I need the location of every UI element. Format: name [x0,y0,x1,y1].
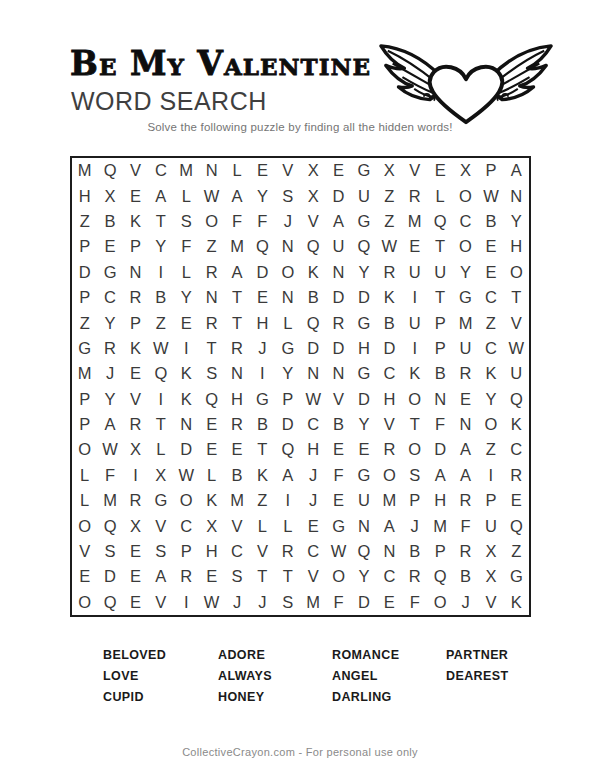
grid-cell[interactable]: F [224,209,249,234]
grid-cell[interactable]: T [427,285,452,310]
grid-cell[interactable]: B [148,285,173,310]
grid-cell[interactable]: P [402,488,427,513]
grid-cell[interactable]: V [123,158,148,183]
grid-cell[interactable]: U [402,310,427,335]
grid-cell[interactable]: C [97,285,122,310]
grid-cell[interactable]: C [224,539,249,564]
grid-cell[interactable]: H [224,387,249,412]
grid-cell[interactable]: U [326,234,351,259]
grid-cell[interactable]: E [123,361,148,386]
grid-cell[interactable]: N [326,260,351,285]
grid-cell[interactable]: T [224,310,249,335]
grid-cell[interactable]: Y [351,260,376,285]
grid-cell[interactable]: I [478,463,503,488]
grid-cell[interactable]: Q [301,234,326,259]
grid-cell[interactable]: U [453,336,478,361]
grid-cell[interactable]: D [427,437,452,462]
grid-cell[interactable]: A [326,209,351,234]
grid-cell[interactable]: X [453,158,478,183]
grid-cell[interactable]: P [427,310,452,335]
grid-cell[interactable]: W [199,590,224,615]
grid-cell[interactable]: E [478,260,503,285]
grid-cell[interactable]: S [275,590,300,615]
grid-cell[interactable]: U [478,513,503,538]
grid-cell[interactable]: J [402,513,427,538]
grid-cell[interactable]: P [478,488,503,513]
grid-cell[interactable]: X [377,158,402,183]
grid-cell[interactable]: V [402,158,427,183]
grid-cell[interactable]: H [301,437,326,462]
grid-cell[interactable]: M [72,158,97,183]
grid-cell[interactable]: C [301,412,326,437]
grid-cell[interactable]: M [402,209,427,234]
grid-cell[interactable]: R [377,437,402,462]
grid-cell[interactable]: G [326,513,351,538]
grid-cell[interactable]: M [72,361,97,386]
grid-cell[interactable]: L [72,488,97,513]
grid-cell[interactable]: F [250,209,275,234]
grid-cell[interactable]: I [250,361,275,386]
grid-cell[interactable]: L [427,183,452,208]
grid-cell[interactable]: B [301,285,326,310]
grid-cell[interactable]: E [326,437,351,462]
grid-cell[interactable]: K [478,361,503,386]
grid-cell[interactable]: K [504,412,529,437]
grid-cell[interactable]: M [174,158,199,183]
grid-cell[interactable]: G [275,336,300,361]
grid-cell[interactable]: K [250,463,275,488]
grid-cell[interactable]: Z [199,234,224,259]
grid-cell[interactable]: T [148,412,173,437]
grid-cell[interactable]: U [402,260,427,285]
grid-cell[interactable]: Y [275,361,300,386]
grid-cell[interactable]: U [427,260,452,285]
grid-cell[interactable]: C [453,209,478,234]
grid-cell[interactable]: L [275,310,300,335]
grid-cell[interactable]: X [301,158,326,183]
grid-cell[interactable]: W [301,387,326,412]
grid-cell[interactable]: H [377,387,402,412]
grid-cell[interactable]: S [97,539,122,564]
grid-cell[interactable]: R [224,412,249,437]
grid-cell[interactable]: M [224,234,249,259]
grid-cell[interactable]: D [351,590,376,615]
grid-cell[interactable]: T [148,209,173,234]
grid-cell[interactable]: W [174,463,199,488]
grid-cell[interactable]: R [199,260,224,285]
grid-cell[interactable]: Z [72,310,97,335]
grid-cell[interactable]: C [174,513,199,538]
grid-cell[interactable]: S [174,209,199,234]
grid-cell[interactable]: Z [478,310,503,335]
grid-cell[interactable]: S [199,361,224,386]
grid-cell[interactable]: K [199,488,224,513]
grid-cell[interactable]: R [453,488,478,513]
grid-cell[interactable]: D [326,336,351,361]
grid-cell[interactable]: R [174,564,199,589]
grid-cell[interactable]: D [351,285,376,310]
grid-cell[interactable]: I [148,387,173,412]
grid-cell[interactable]: E [377,590,402,615]
grid-cell[interactable]: T [224,285,249,310]
grid-cell[interactable]: Y [97,387,122,412]
grid-cell[interactable]: O [453,183,478,208]
grid-cell[interactable]: G [351,463,376,488]
grid-cell[interactable]: O [326,564,351,589]
grid-cell[interactable]: E [402,234,427,259]
grid-cell[interactable]: B [250,412,275,437]
grid-cell[interactable]: A [377,513,402,538]
grid-cell[interactable]: P [72,234,97,259]
grid-cell[interactable]: E [199,412,224,437]
grid-cell[interactable]: X [97,183,122,208]
grid-cell[interactable]: V [326,387,351,412]
grid-cell[interactable]: O [72,437,97,462]
grid-cell[interactable]: O [72,513,97,538]
grid-cell[interactable]: O [199,209,224,234]
grid-cell[interactable]: H [351,336,376,361]
grid-cell[interactable]: B [224,463,249,488]
grid-cell[interactable]: T [199,336,224,361]
grid-cell[interactable]: D [250,260,275,285]
grid-cell[interactable]: Y [97,310,122,335]
grid-cell[interactable]: P [72,387,97,412]
grid-cell[interactable]: O [478,412,503,437]
grid-cell[interactable]: K [504,590,529,615]
grid-cell[interactable]: B [97,209,122,234]
grid-cell[interactable]: G [504,564,529,589]
grid-cell[interactable]: K [402,361,427,386]
grid-cell[interactable]: S [148,539,173,564]
grid-cell[interactable]: S [275,183,300,208]
grid-cell[interactable]: H [199,539,224,564]
grid-cell[interactable]: E [174,310,199,335]
grid-cell[interactable]: O [453,234,478,259]
grid-cell[interactable]: I [402,336,427,361]
grid-cell[interactable]: Z [377,183,402,208]
grid-cell[interactable]: Y [351,412,376,437]
grid-cell[interactable]: O [402,387,427,412]
grid-cell[interactable]: J [301,463,326,488]
grid-cell[interactable]: E [301,513,326,538]
grid-cell[interactable]: B [427,361,452,386]
grid-cell[interactable]: D [351,387,376,412]
grid-cell[interactable]: R [123,412,148,437]
grid-cell[interactable]: I [174,336,199,361]
grid-cell[interactable]: G [97,260,122,285]
grid-cell[interactable]: P [427,539,452,564]
grid-cell[interactable]: G [351,361,376,386]
grid-cell[interactable]: W [199,183,224,208]
grid-cell[interactable]: W [326,539,351,564]
grid-cell[interactable]: P [427,336,452,361]
grid-cell[interactable]: C [478,285,503,310]
grid-cell[interactable]: O [275,260,300,285]
grid-cell[interactable]: N [224,361,249,386]
grid-cell[interactable]: V [250,539,275,564]
grid-cell[interactable]: E [123,539,148,564]
grid-cell[interactable]: E [199,437,224,462]
grid-cell[interactable]: C [148,158,173,183]
grid-cell[interactable]: F [97,463,122,488]
grid-cell[interactable]: X [301,183,326,208]
grid-cell[interactable]: L [72,463,97,488]
grid-cell[interactable]: Q [97,513,122,538]
grid-cell[interactable]: R [504,463,529,488]
grid-cell[interactable]: E [478,234,503,259]
grid-cell[interactable]: N [377,539,402,564]
grid-cell[interactable]: E [123,590,148,615]
grid-cell[interactable]: J [224,590,249,615]
grid-cell[interactable]: F [174,234,199,259]
grid-cell[interactable]: Z [478,437,503,462]
grid-cell[interactable]: V [377,412,402,437]
grid-cell[interactable]: Z [250,488,275,513]
grid-cell[interactable]: Q [97,158,122,183]
grid-cell[interactable]: E [326,488,351,513]
grid-cell[interactable]: Q [504,513,529,538]
grid-cell[interactable]: B [377,310,402,335]
grid-cell[interactable]: B [326,412,351,437]
grid-cell[interactable]: E [123,183,148,208]
grid-cell[interactable]: F [326,590,351,615]
grid-cell[interactable]: I [123,463,148,488]
grid-cell[interactable]: N [326,361,351,386]
grid-cell[interactable]: D [174,437,199,462]
grid-cell[interactable]: V [478,590,503,615]
grid-cell[interactable]: D [326,285,351,310]
grid-cell[interactable]: N [453,412,478,437]
grid-cell[interactable]: A [97,412,122,437]
grid-cell[interactable]: G [351,310,376,335]
grid-cell[interactable]: O [174,488,199,513]
grid-cell[interactable]: N [199,285,224,310]
grid-cell[interactable]: N [504,183,529,208]
grid-cell[interactable]: E [427,158,452,183]
grid-cell[interactable]: O [377,463,402,488]
grid-cell[interactable]: X [123,437,148,462]
grid-cell[interactable]: E [97,234,122,259]
grid-cell[interactable]: J [301,488,326,513]
grid-cell[interactable]: R [377,260,402,285]
grid-cell[interactable]: E [123,564,148,589]
grid-cell[interactable]: E [224,437,249,462]
grid-cell[interactable]: G [453,285,478,310]
grid-cell[interactable]: C [377,564,402,589]
grid-cell[interactable]: N [275,234,300,259]
grid-cell[interactable]: K [301,260,326,285]
grid-cell[interactable]: Q [504,387,529,412]
grid-cell[interactable]: R [123,488,148,513]
grid-cell[interactable]: H [250,310,275,335]
grid-cell[interactable]: M [377,488,402,513]
grid-cell[interactable]: I [275,488,300,513]
grid-cell[interactable]: L [174,260,199,285]
grid-cell[interactable]: F [402,590,427,615]
grid-cell[interactable]: R [402,564,427,589]
grid-cell[interactable]: D [97,564,122,589]
grid-cell[interactable]: I [402,285,427,310]
grid-cell[interactable]: K [174,387,199,412]
grid-cell[interactable]: E [326,158,351,183]
grid-cell[interactable]: F [453,513,478,538]
grid-cell[interactable]: Q [351,539,376,564]
grid-cell[interactable]: Y [148,234,173,259]
grid-cell[interactable]: W [504,336,529,361]
grid-cell[interactable]: A [148,183,173,208]
grid-cell[interactable]: P [72,412,97,437]
grid-cell[interactable]: V [224,513,249,538]
grid-cell[interactable]: O [504,260,529,285]
grid-cell[interactable]: D [301,336,326,361]
grid-cell[interactable]: O [427,590,452,615]
grid-cell[interactable]: R [123,285,148,310]
grid-cell[interactable]: H [504,234,529,259]
grid-cell[interactable]: Y [504,209,529,234]
grid-cell[interactable]: J [250,336,275,361]
grid-cell[interactable]: W [377,234,402,259]
grid-cell[interactable]: T [504,285,529,310]
grid-cell[interactable]: Q [148,361,173,386]
grid-cell[interactable]: Q [427,209,452,234]
grid-cell[interactable]: E [199,564,224,589]
grid-cell[interactable]: V [275,158,300,183]
grid-cell[interactable]: P [123,234,148,259]
grid-cell[interactable]: W [478,183,503,208]
grid-cell[interactable]: R [275,539,300,564]
grid-cell[interactable]: E [250,285,275,310]
grid-cell[interactable]: E [453,387,478,412]
grid-cell[interactable]: A [504,158,529,183]
grid-cell[interactable]: Q [301,310,326,335]
grid-cell[interactable]: A [224,260,249,285]
grid-cell[interactable]: N [275,285,300,310]
grid-cell[interactable]: T [275,564,300,589]
grid-cell[interactable]: A [453,463,478,488]
grid-cell[interactable]: Q [250,234,275,259]
grid-cell[interactable]: L [199,463,224,488]
grid-cell[interactable]: R [453,539,478,564]
grid-cell[interactable]: I [174,590,199,615]
grid-cell[interactable]: I [148,260,173,285]
grid-cell[interactable]: E [250,158,275,183]
grid-cell[interactable]: D [72,260,97,285]
grid-cell[interactable]: K [123,336,148,361]
grid-cell[interactable]: X [123,513,148,538]
grid-cell[interactable]: M [453,310,478,335]
grid-cell[interactable]: Q [427,564,452,589]
grid-cell[interactable]: P [174,539,199,564]
grid-cell[interactable]: J [275,209,300,234]
grid-cell[interactable]: J [97,361,122,386]
grid-cell[interactable]: P [275,387,300,412]
grid-cell[interactable]: B [478,209,503,234]
grid-cell[interactable]: G [148,488,173,513]
grid-cell[interactable]: V [72,539,97,564]
grid-cell[interactable]: A [148,564,173,589]
grid-cell[interactable]: T [402,412,427,437]
grid-cell[interactable]: V [504,310,529,335]
grid-cell[interactable]: A [275,463,300,488]
grid-cell[interactable]: G [72,336,97,361]
grid-cell[interactable]: O [72,590,97,615]
grid-cell[interactable]: F [326,463,351,488]
grid-cell[interactable]: L [250,513,275,538]
grid-cell[interactable]: R [402,183,427,208]
grid-cell[interactable]: K [123,209,148,234]
grid-cell[interactable]: P [72,285,97,310]
grid-cell[interactable]: L [148,437,173,462]
grid-cell[interactable]: E [72,564,97,589]
grid-cell[interactable]: X [478,564,503,589]
grid-cell[interactable]: J [453,590,478,615]
grid-cell[interactable]: E [504,488,529,513]
grid-cell[interactable]: N [301,361,326,386]
grid-cell[interactable]: Q [199,387,224,412]
grid-cell[interactable]: X [478,539,503,564]
grid-cell[interactable]: F [427,412,452,437]
grid-cell[interactable]: R [224,336,249,361]
grid-cell[interactable]: Y [174,285,199,310]
grid-cell[interactable]: H [427,488,452,513]
grid-cell[interactable]: L [224,158,249,183]
grid-cell[interactable]: R [453,361,478,386]
grid-cell[interactable]: T [250,564,275,589]
grid-cell[interactable]: Y [453,260,478,285]
grid-cell[interactable]: D [275,412,300,437]
grid-cell[interactable]: Z [72,209,97,234]
grid-cell[interactable]: V [148,590,173,615]
grid-cell[interactable]: Z [148,310,173,335]
grid-cell[interactable]: C [504,437,529,462]
grid-cell[interactable]: W [148,336,173,361]
grid-cell[interactable]: E [351,437,376,462]
grid-cell[interactable]: T [427,234,452,259]
grid-cell[interactable]: C [377,361,402,386]
grid-cell[interactable]: G [351,158,376,183]
grid-cell[interactable]: G [250,387,275,412]
grid-cell[interactable]: S [402,463,427,488]
grid-cell[interactable]: Y [351,564,376,589]
grid-cell[interactable]: U [351,488,376,513]
grid-cell[interactable]: L [174,183,199,208]
grid-cell[interactable]: S [224,564,249,589]
grid-cell[interactable]: Y [250,183,275,208]
grid-cell[interactable]: V [123,387,148,412]
grid-cell[interactable]: N [199,158,224,183]
grid-cell[interactable]: M [427,513,452,538]
grid-cell[interactable]: A [224,183,249,208]
grid-cell[interactable]: D [326,183,351,208]
grid-cell[interactable]: R [326,310,351,335]
grid-cell[interactable]: L [275,513,300,538]
grid-cell[interactable]: P [123,310,148,335]
grid-cell[interactable]: Q [97,590,122,615]
grid-cell[interactable]: M [97,488,122,513]
grid-cell[interactable]: K [174,361,199,386]
grid-cell[interactable]: C [301,539,326,564]
grid-cell[interactable]: N [427,387,452,412]
grid-cell[interactable]: M [224,488,249,513]
grid-cell[interactable]: N [123,260,148,285]
grid-cell[interactable]: V [301,209,326,234]
grid-cell[interactable]: Z [504,539,529,564]
grid-cell[interactable]: P [478,158,503,183]
grid-cell[interactable]: A [427,463,452,488]
grid-cell[interactable]: J [250,590,275,615]
grid-cell[interactable]: D [377,336,402,361]
grid-cell[interactable]: K [377,285,402,310]
